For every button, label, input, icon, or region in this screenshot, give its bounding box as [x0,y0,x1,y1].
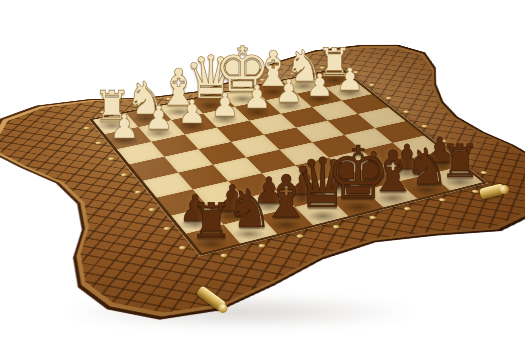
scene: ♜♞♝♛♚♝♞♜♟♟♟♟♟♟♟♟♟♟♟♟♟♟♟♟♜♞♝♛♚♝♞♜ [0,0,525,350]
product-photo: ♜♞♝♛♚♝♞♜♟♟♟♟♟♟♟♟♟♟♟♟♟♟♟♟♜♞♝♛♚♝♞♜ [0,0,525,350]
